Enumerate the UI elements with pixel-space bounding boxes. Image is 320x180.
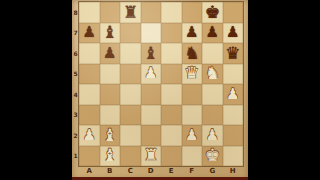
piece-black-bishop[interactable]: ♝ [143,44,158,61]
square-b8[interactable] [100,2,121,23]
square-f8[interactable] [182,2,203,23]
rank-label-5: 5 [72,64,79,85]
square-e6[interactable] [161,43,182,64]
piece-black-pawn[interactable]: ♟ [103,45,116,60]
file-label-g: G [202,166,223,177]
square-g3[interactable] [202,105,223,126]
square-b6[interactable]: ♟ [100,43,121,64]
video-frame: 87654321 ♜♚♟♝♟♟♟♟♝♞♛♟♛♞♟♟♝♟♟♝♜♚ ABCDEFGH [0,0,320,180]
square-b2[interactable]: ♝ [100,125,121,146]
square-f5[interactable]: ♛ [182,64,203,85]
piece-white-pawn[interactable]: ♟ [206,127,219,142]
file-labels: ABCDEFGH [79,166,243,177]
piece-white-pawn[interactable]: ♟ [83,127,96,142]
file-label-f: F [182,166,203,177]
file-label-a: A [79,166,100,177]
piece-black-pawn[interactable]: ♟ [83,25,96,40]
piece-white-pawn[interactable]: ♟ [144,66,157,81]
piece-white-rook[interactable]: ♜ [143,147,158,164]
square-a7[interactable]: ♟ [79,23,100,44]
square-e5[interactable] [161,64,182,85]
square-b5[interactable] [100,64,121,85]
square-d8[interactable] [141,2,162,23]
rank-label-2: 2 [72,125,79,146]
square-h1[interactable] [223,146,244,167]
square-h7[interactable]: ♟ [223,23,244,44]
piece-white-queen[interactable]: ♛ [184,65,199,82]
square-c8[interactable]: ♜ [120,2,141,23]
square-a4[interactable] [79,84,100,105]
square-h5[interactable] [223,64,244,85]
square-e8[interactable] [161,2,182,23]
square-d6[interactable]: ♝ [141,43,162,64]
board-bottom-edge [72,177,248,180]
square-f2[interactable]: ♟ [182,125,203,146]
square-c4[interactable] [120,84,141,105]
square-g7[interactable]: ♟ [202,23,223,44]
rank-label-7: 7 [72,23,79,44]
square-b3[interactable] [100,105,121,126]
chessboard: 87654321 ♜♚♟♝♟♟♟♟♝♞♛♟♛♞♟♟♝♟♟♝♜♚ ABCDEFGH [72,0,248,180]
square-d1[interactable]: ♜ [141,146,162,167]
piece-white-pawn[interactable]: ♟ [226,86,239,101]
rank-label-4: 4 [72,84,79,105]
piece-white-bishop[interactable]: ♝ [102,147,117,164]
piece-black-knight[interactable]: ♞ [184,44,199,61]
square-e3[interactable] [161,105,182,126]
square-h8[interactable] [223,2,244,23]
square-c3[interactable] [120,105,141,126]
square-a2[interactable]: ♟ [79,125,100,146]
square-d2[interactable] [141,125,162,146]
square-c6[interactable] [120,43,141,64]
piece-black-pawn[interactable]: ♟ [226,25,239,40]
square-d7[interactable] [141,23,162,44]
square-d5[interactable]: ♟ [141,64,162,85]
square-e7[interactable] [161,23,182,44]
square-e2[interactable] [161,125,182,146]
square-g6[interactable] [202,43,223,64]
square-a5[interactable] [79,64,100,85]
square-g5[interactable]: ♞ [202,64,223,85]
piece-black-king[interactable]: ♚ [205,3,220,20]
file-label-e: E [161,166,182,177]
square-f6[interactable]: ♞ [182,43,203,64]
rank-label-6: 6 [72,43,79,64]
square-f3[interactable] [182,105,203,126]
rank-label-1: 1 [72,146,79,167]
board-grid: ♜♚♟♝♟♟♟♟♝♞♛♟♛♞♟♟♝♟♟♝♜♚ [79,2,243,166]
square-c7[interactable] [120,23,141,44]
square-c2[interactable] [120,125,141,146]
piece-white-king[interactable]: ♚ [205,147,220,164]
square-e1[interactable] [161,146,182,167]
file-label-b: B [100,166,121,177]
square-h2[interactable] [223,125,244,146]
piece-black-rook[interactable]: ♜ [123,3,138,20]
square-g1[interactable]: ♚ [202,146,223,167]
square-c5[interactable] [120,64,141,85]
square-d4[interactable] [141,84,162,105]
rank-label-8: 8 [72,2,79,23]
square-a6[interactable] [79,43,100,64]
square-b1[interactable]: ♝ [100,146,121,167]
file-label-c: C [120,166,141,177]
square-g4[interactable] [202,84,223,105]
file-label-h: H [223,166,244,177]
rank-label-3: 3 [72,105,79,126]
square-a3[interactable] [79,105,100,126]
rank-labels: 87654321 [72,2,79,166]
square-b4[interactable] [100,84,121,105]
file-label-d: D [141,166,162,177]
piece-white-pawn[interactable]: ♟ [185,127,198,142]
piece-black-bishop[interactable]: ♝ [102,24,117,41]
square-f4[interactable] [182,84,203,105]
piece-black-pawn[interactable]: ♟ [185,25,198,40]
piece-white-bishop[interactable]: ♝ [102,126,117,143]
square-c1[interactable] [120,146,141,167]
square-b7[interactable]: ♝ [100,23,121,44]
square-f7[interactable]: ♟ [182,23,203,44]
square-h4[interactable]: ♟ [223,84,244,105]
square-a8[interactable] [79,2,100,23]
piece-black-pawn[interactable]: ♟ [206,25,219,40]
piece-white-knight[interactable]: ♞ [205,65,220,82]
square-e4[interactable] [161,84,182,105]
square-d3[interactable] [141,105,162,126]
square-f1[interactable] [182,146,203,167]
square-h3[interactable] [223,105,244,126]
piece-black-queen[interactable]: ♛ [225,44,240,61]
square-h6[interactable]: ♛ [223,43,244,64]
square-a1[interactable] [79,146,100,167]
square-g2[interactable]: ♟ [202,125,223,146]
square-g8[interactable]: ♚ [202,2,223,23]
